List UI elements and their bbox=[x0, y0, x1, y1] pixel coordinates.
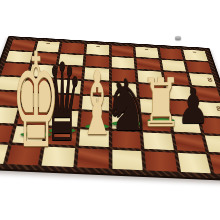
king-glyph: ♚ bbox=[12, 36, 60, 166]
square-e1[interactable] bbox=[112, 150, 143, 170]
burned-coordinate-mark: 8 bbox=[215, 106, 220, 112]
square-h8[interactable] bbox=[183, 50, 208, 61]
square-g1[interactable] bbox=[178, 153, 212, 173]
pawn-glyph: ♟ bbox=[177, 82, 209, 131]
hinge-right bbox=[175, 36, 181, 40]
square-h7[interactable] bbox=[186, 61, 212, 73]
chess-set-photo: 888 ♚♛♝♞♜♟ bbox=[0, 0, 220, 220]
piece-dark-pawn[interactable]: ♟ bbox=[182, 87, 204, 119]
square-f8[interactable] bbox=[135, 47, 158, 58]
square-h2[interactable]: 8 bbox=[205, 135, 220, 153]
piece-light-bishop[interactable]: ♝ bbox=[85, 69, 110, 127]
burned-edge-dash bbox=[145, 49, 148, 50]
square-g8[interactable] bbox=[159, 48, 183, 59]
burned-edge-dash bbox=[193, 52, 197, 53]
square-h1[interactable] bbox=[210, 155, 220, 175]
piece-light-king[interactable]: ♚ bbox=[20, 49, 53, 135]
piece-dark-knight[interactable]: ♞ bbox=[111, 77, 144, 124]
bishop-glyph: ♝ bbox=[79, 60, 115, 148]
burned-edge-dash bbox=[96, 46, 99, 47]
square-f1[interactable] bbox=[145, 152, 177, 172]
piece-light-rook[interactable]: ♜ bbox=[147, 77, 175, 121]
square-a2[interactable] bbox=[0, 124, 13, 142]
